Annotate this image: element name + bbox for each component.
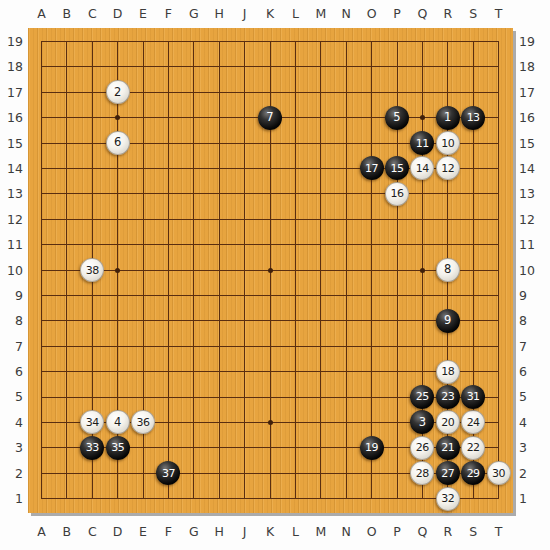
white-stone-move-38: 38 — [80, 258, 104, 282]
board-point-R1: 32 — [435, 486, 460, 511]
white-stone-move-24: 24 — [461, 410, 485, 434]
row-label: 9 — [15, 288, 23, 303]
board-point-R4: 20 — [435, 410, 460, 435]
board-point-D17: 2 — [105, 80, 130, 105]
row-label: 5 — [15, 389, 23, 404]
black-stone-move-11: 11 — [410, 131, 434, 155]
row-label: 5 — [519, 389, 527, 404]
board-point-R6: 18 — [435, 359, 460, 384]
black-stone-move-5: 5 — [385, 106, 409, 130]
board-point-R8: 9 — [435, 308, 460, 333]
column-label: D — [113, 6, 123, 21]
black-stone-move-1: 1 — [436, 106, 460, 130]
column-label: J — [243, 6, 247, 21]
row-label: 7 — [15, 339, 23, 354]
row-label: 12 — [519, 212, 535, 227]
board-point-R2: 27 — [435, 460, 460, 485]
board-point-O3: 19 — [359, 435, 384, 460]
row-label: 11 — [519, 237, 535, 252]
black-stone-move-7: 7 — [258, 106, 282, 130]
row-label: 13 — [519, 186, 535, 201]
row-label: 3 — [519, 440, 527, 455]
column-label: F — [165, 524, 172, 539]
white-stone-move-34: 34 — [80, 410, 104, 434]
row-label: 17 — [519, 85, 535, 100]
row-label: 11 — [7, 237, 23, 252]
column-label: K — [266, 524, 274, 539]
row-label: 3 — [15, 440, 23, 455]
column-label: B — [63, 524, 72, 539]
column-label: L — [292, 524, 299, 539]
row-label: 1 — [15, 491, 23, 506]
column-label: K — [266, 6, 274, 21]
board-point-Q5: 25 — [410, 384, 435, 409]
white-stone-move-22: 22 — [461, 436, 485, 460]
column-label: H — [215, 6, 224, 21]
column-label: N — [342, 6, 351, 21]
row-label: 4 — [519, 415, 527, 430]
white-stone-move-14: 14 — [410, 156, 434, 180]
board-point-R3: 21 — [435, 435, 460, 460]
board-point-D3: 35 — [105, 435, 130, 460]
stone-layer: 1234567891011121314151617181920212223242… — [29, 29, 511, 511]
row-label: 2 — [15, 466, 23, 481]
black-stone-move-23: 23 — [436, 385, 460, 409]
column-label: L — [292, 6, 299, 21]
board-point-R14: 12 — [435, 156, 460, 181]
column-label: R — [443, 524, 452, 539]
column-label: Q — [417, 6, 427, 21]
board-point-Q3: 26 — [410, 435, 435, 460]
go-diagram: ABCDEFGHJKLMNOPQRST ABCDEFGHJKLMNOPQRST … — [0, 0, 550, 550]
column-label: B — [63, 6, 72, 21]
row-label: 6 — [519, 364, 527, 379]
row-label: 14 — [519, 161, 535, 176]
row-label: 14 — [7, 161, 23, 176]
board-point-Q2: 28 — [410, 460, 435, 485]
board-point-R10: 8 — [435, 257, 460, 282]
row-label: 19 — [519, 34, 535, 49]
black-stone-move-33: 33 — [80, 436, 104, 460]
white-stone-move-4: 4 — [106, 410, 130, 434]
row-label: 6 — [15, 364, 23, 379]
column-label: G — [189, 6, 199, 21]
board-point-P16: 5 — [384, 105, 409, 130]
column-label: S — [469, 6, 477, 21]
column-label: S — [469, 524, 477, 539]
board-point-E4: 36 — [130, 410, 155, 435]
column-label: F — [165, 6, 172, 21]
white-stone-move-6: 6 — [106, 131, 130, 155]
row-label: 1 — [519, 491, 527, 506]
go-board: 1234567891011121314151617181920212223242… — [28, 28, 513, 513]
row-label: 18 — [7, 59, 23, 74]
column-label: C — [88, 6, 97, 21]
black-stone-move-27: 27 — [436, 461, 460, 485]
column-label: P — [393, 524, 401, 539]
column-label: M — [315, 6, 326, 21]
row-label: 17 — [7, 85, 23, 100]
board-point-C3: 33 — [80, 435, 105, 460]
row-label: 8 — [15, 313, 23, 328]
black-stone-move-35: 35 — [106, 436, 130, 460]
top-coordinate-labels: ABCDEFGHJKLMNOPQRST — [29, 0, 512, 27]
row-label: 7 — [519, 339, 527, 354]
column-label: C — [88, 524, 97, 539]
row-label: 18 — [519, 59, 535, 74]
column-label: O — [367, 6, 377, 21]
column-label: A — [37, 524, 46, 539]
board-point-T2: 30 — [486, 460, 511, 485]
black-stone-move-13: 13 — [461, 106, 485, 130]
board-point-S4: 24 — [460, 410, 485, 435]
board-point-S3: 22 — [460, 435, 485, 460]
column-label: G — [189, 524, 199, 539]
row-label: 9 — [519, 288, 527, 303]
bottom-coordinate-labels: ABCDEFGHJKLMNOPQRST — [29, 516, 512, 546]
black-stone-move-25: 25 — [410, 385, 434, 409]
white-stone-move-8: 8 — [436, 258, 460, 282]
white-stone-move-18: 18 — [436, 360, 460, 384]
board-point-R5: 23 — [435, 384, 460, 409]
board-point-Q14: 14 — [410, 156, 435, 181]
board-point-C10: 38 — [80, 257, 105, 282]
row-label: 15 — [7, 136, 23, 151]
row-label: 16 — [519, 110, 535, 125]
row-label: 4 — [15, 415, 23, 430]
white-stone-move-26: 26 — [410, 436, 434, 460]
row-label: 10 — [7, 263, 23, 278]
column-label: T — [495, 524, 503, 539]
white-stone-move-10: 10 — [436, 131, 460, 155]
left-coordinate-labels: 19181716151413121110987654321 — [0, 29, 23, 512]
white-stone-move-36: 36 — [131, 410, 155, 434]
row-label: 16 — [7, 110, 23, 125]
column-label: J — [243, 524, 247, 539]
column-label: Q — [417, 524, 427, 539]
row-label: 12 — [7, 212, 23, 227]
board-point-S2: 29 — [460, 460, 485, 485]
column-label: T — [495, 6, 503, 21]
black-stone-move-29: 29 — [461, 461, 485, 485]
column-label: E — [139, 524, 147, 539]
column-label: R — [443, 6, 452, 21]
column-label: O — [367, 524, 377, 539]
black-stone-move-15: 15 — [385, 156, 409, 180]
column-label: M — [315, 524, 326, 539]
row-label: 8 — [519, 313, 527, 328]
board-point-D15: 6 — [105, 130, 130, 155]
black-stone-move-37: 37 — [156, 461, 180, 485]
row-label: 19 — [7, 34, 23, 49]
white-stone-move-30: 30 — [487, 461, 511, 485]
right-coordinate-labels: 19181716151413121110987654321 — [519, 29, 549, 512]
board-point-Q15: 11 — [410, 130, 435, 155]
white-stone-move-2: 2 — [106, 80, 130, 104]
board-point-P14: 15 — [384, 156, 409, 181]
white-stone-move-16: 16 — [385, 182, 409, 206]
white-stone-move-28: 28 — [410, 461, 434, 485]
row-label: 15 — [519, 136, 535, 151]
board-point-R15: 10 — [435, 130, 460, 155]
black-stone-move-3: 3 — [410, 410, 434, 434]
row-label: 2 — [519, 466, 527, 481]
black-stone-move-17: 17 — [360, 156, 384, 180]
board-point-S16: 13 — [460, 105, 485, 130]
board-point-F2: 37 — [156, 460, 181, 485]
board-point-C4: 34 — [80, 410, 105, 435]
white-stone-move-32: 32 — [436, 487, 460, 511]
column-label: H — [215, 524, 224, 539]
board-point-D4: 4 — [105, 410, 130, 435]
black-stone-move-21: 21 — [436, 436, 460, 460]
column-label: N — [342, 524, 351, 539]
black-stone-move-19: 19 — [360, 436, 384, 460]
column-label: A — [37, 6, 46, 21]
column-label: D — [113, 524, 123, 539]
board-point-O14: 17 — [359, 156, 384, 181]
column-label: P — [393, 6, 401, 21]
board-point-K16: 7 — [257, 105, 282, 130]
row-label: 13 — [7, 186, 23, 201]
black-stone-move-31: 31 — [461, 385, 485, 409]
board-point-P13: 16 — [384, 181, 409, 206]
column-label: E — [139, 6, 147, 21]
row-label: 10 — [519, 263, 535, 278]
black-stone-move-9: 9 — [436, 309, 460, 333]
white-stone-move-12: 12 — [436, 156, 460, 180]
white-stone-move-20: 20 — [436, 410, 460, 434]
board-point-Q4: 3 — [410, 410, 435, 435]
board-point-R16: 1 — [435, 105, 460, 130]
board-point-S5: 31 — [460, 384, 485, 409]
